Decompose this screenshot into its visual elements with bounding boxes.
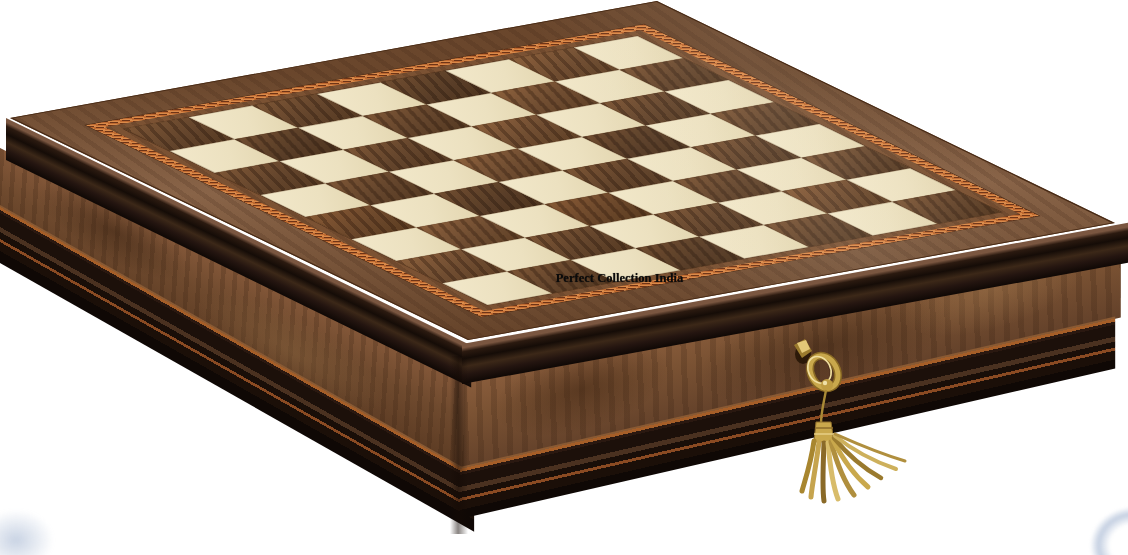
product-photo-chess-box: Perfect Collection India bbox=[0, 0, 1128, 555]
floor-shadow-left bbox=[0, 500, 66, 555]
gold-tassel-icon bbox=[802, 422, 905, 501]
brass-key-and-tassel bbox=[775, 328, 925, 513]
watermark-text: Perfect Collection India bbox=[543, 268, 696, 288]
brass-key-icon bbox=[794, 339, 843, 394]
front-corner-edge bbox=[450, 356, 468, 534]
floor-shadow-right bbox=[1080, 498, 1128, 555]
tassel-cord bbox=[821, 390, 826, 424]
